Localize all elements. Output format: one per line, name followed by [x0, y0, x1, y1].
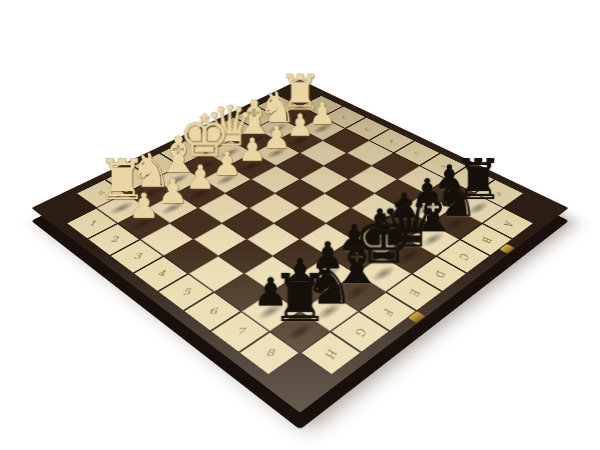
chess-board-3d: HGFEDCBA1122334455667788HGFEDCBA ♜♞♝♛♚♝♞…	[31, 79, 568, 412]
photo-scene: HGFEDCBA1122334455667788HGFEDCBA ♜♞♝♛♚♝♞…	[0, 0, 600, 450]
piece-white-pawn-h2: ♟	[119, 158, 168, 223]
board-frame: HGFEDCBA1122334455667788HGFEDCBA ♜♞♝♛♚♝♞…	[31, 79, 568, 412]
piece-black-rook-h8: ♜	[272, 256, 329, 331]
